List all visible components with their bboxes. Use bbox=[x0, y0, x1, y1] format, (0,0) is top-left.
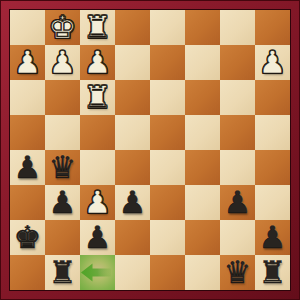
piece-white-king[interactable]: ♚ bbox=[49, 10, 77, 45]
square-b6[interactable] bbox=[45, 80, 80, 115]
piece-black-pawn[interactable]: ♟ bbox=[119, 185, 147, 220]
square-e4[interactable] bbox=[150, 150, 185, 185]
square-d2[interactable] bbox=[115, 220, 150, 255]
piece-white-pawn[interactable]: ♟ bbox=[84, 185, 112, 220]
square-f4[interactable] bbox=[185, 150, 220, 185]
square-h1[interactable]: ♜ bbox=[255, 255, 290, 290]
piece-black-queen[interactable]: ♛ bbox=[224, 255, 252, 290]
square-e1[interactable] bbox=[150, 255, 185, 290]
square-d4[interactable] bbox=[115, 150, 150, 185]
piece-black-queen[interactable]: ♛ bbox=[49, 150, 77, 185]
square-c5[interactable] bbox=[80, 115, 115, 150]
square-a7[interactable]: ♟ bbox=[10, 45, 45, 80]
piece-black-king[interactable]: ♚ bbox=[14, 220, 42, 255]
piece-black-pawn[interactable]: ♟ bbox=[14, 150, 42, 185]
square-g8[interactable] bbox=[220, 10, 255, 45]
square-c6[interactable]: ♜ bbox=[80, 80, 115, 115]
square-a3[interactable] bbox=[10, 185, 45, 220]
piece-black-pawn[interactable]: ♟ bbox=[224, 185, 252, 220]
square-b2[interactable] bbox=[45, 220, 80, 255]
square-e5[interactable] bbox=[150, 115, 185, 150]
square-c4[interactable] bbox=[80, 150, 115, 185]
square-d1[interactable] bbox=[115, 255, 150, 290]
square-b8[interactable]: ♚ bbox=[45, 10, 80, 45]
square-a1[interactable] bbox=[10, 255, 45, 290]
square-b3[interactable]: ♟ bbox=[45, 185, 80, 220]
square-e7[interactable] bbox=[150, 45, 185, 80]
square-f6[interactable] bbox=[185, 80, 220, 115]
square-h2[interactable]: ♟ bbox=[255, 220, 290, 255]
piece-black-pawn[interactable]: ♟ bbox=[84, 220, 112, 255]
piece-black-pawn[interactable]: ♟ bbox=[49, 185, 77, 220]
square-g1[interactable]: ♛ bbox=[220, 255, 255, 290]
piece-black-rook[interactable]: ♜ bbox=[259, 255, 287, 290]
piece-black-rook[interactable]: ♜ bbox=[49, 255, 77, 290]
square-f7[interactable] bbox=[185, 45, 220, 80]
chessboard: ♚♜♟♟♟♟♜♟♛♟♟♟♟♚♟♟♜♛♜ bbox=[9, 9, 291, 291]
square-a4[interactable]: ♟ bbox=[10, 150, 45, 185]
piece-white-pawn[interactable]: ♟ bbox=[259, 45, 287, 80]
square-e3[interactable] bbox=[150, 185, 185, 220]
square-g2[interactable] bbox=[220, 220, 255, 255]
square-f5[interactable] bbox=[185, 115, 220, 150]
piece-white-pawn[interactable]: ♟ bbox=[84, 45, 112, 80]
square-h7[interactable]: ♟ bbox=[255, 45, 290, 80]
square-f3[interactable] bbox=[185, 185, 220, 220]
square-g4[interactable] bbox=[220, 150, 255, 185]
square-a5[interactable] bbox=[10, 115, 45, 150]
square-g3[interactable]: ♟ bbox=[220, 185, 255, 220]
square-d7[interactable] bbox=[115, 45, 150, 80]
square-g7[interactable] bbox=[220, 45, 255, 80]
piece-black-pawn[interactable]: ♟ bbox=[259, 220, 287, 255]
square-d3[interactable]: ♟ bbox=[115, 185, 150, 220]
square-c3[interactable]: ♟ bbox=[80, 185, 115, 220]
square-b4[interactable]: ♛ bbox=[45, 150, 80, 185]
piece-white-pawn[interactable]: ♟ bbox=[49, 45, 77, 80]
square-c1[interactable] bbox=[80, 255, 115, 290]
piece-white-rook[interactable]: ♜ bbox=[84, 80, 112, 115]
square-b1[interactable]: ♜ bbox=[45, 255, 80, 290]
square-h6[interactable] bbox=[255, 80, 290, 115]
square-d8[interactable] bbox=[115, 10, 150, 45]
square-h5[interactable] bbox=[255, 115, 290, 150]
square-a6[interactable] bbox=[10, 80, 45, 115]
square-a2[interactable]: ♚ bbox=[10, 220, 45, 255]
piece-white-rook[interactable]: ♜ bbox=[84, 10, 112, 45]
square-d5[interactable] bbox=[115, 115, 150, 150]
square-h3[interactable] bbox=[255, 185, 290, 220]
square-g6[interactable] bbox=[220, 80, 255, 115]
square-e2[interactable] bbox=[150, 220, 185, 255]
square-h4[interactable] bbox=[255, 150, 290, 185]
board-frame: ♚♜♟♟♟♟♜♟♛♟♟♟♟♚♟♟♜♛♜ bbox=[0, 0, 300, 300]
square-a8[interactable] bbox=[10, 10, 45, 45]
square-e8[interactable] bbox=[150, 10, 185, 45]
square-f1[interactable] bbox=[185, 255, 220, 290]
square-f8[interactable] bbox=[185, 10, 220, 45]
square-f2[interactable] bbox=[185, 220, 220, 255]
square-c7[interactable]: ♟ bbox=[80, 45, 115, 80]
square-b5[interactable] bbox=[45, 115, 80, 150]
square-b7[interactable]: ♟ bbox=[45, 45, 80, 80]
square-e6[interactable] bbox=[150, 80, 185, 115]
square-c8[interactable]: ♜ bbox=[80, 10, 115, 45]
square-h8[interactable] bbox=[255, 10, 290, 45]
square-g5[interactable] bbox=[220, 115, 255, 150]
piece-white-pawn[interactable]: ♟ bbox=[14, 45, 42, 80]
last-move-arrow-left-icon bbox=[80, 255, 115, 290]
square-c2[interactable]: ♟ bbox=[80, 220, 115, 255]
square-d6[interactable] bbox=[115, 80, 150, 115]
